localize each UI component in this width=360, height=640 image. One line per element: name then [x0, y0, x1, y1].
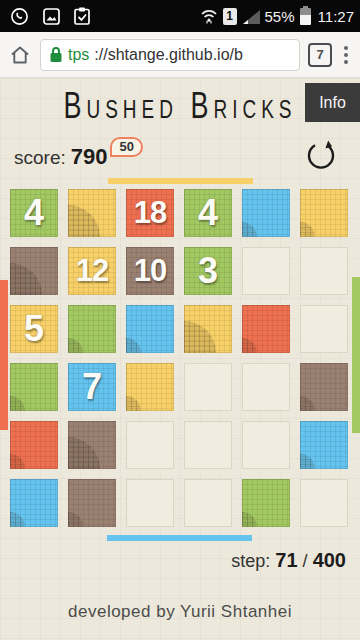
tab-switcher-button[interactable]: 7 [308, 43, 332, 67]
next-brick-indicator-right [352, 277, 360, 433]
viber-icon [10, 7, 29, 26]
restart-button[interactable] [304, 138, 338, 172]
brick-value: 5 [10, 305, 58, 353]
brick-value: 4 [184, 189, 232, 237]
url-text: ://shtange.github.io/b [94, 46, 243, 64]
brick-corner-arc [10, 263, 42, 295]
board[interactable]: 41841210357 [10, 189, 348, 527]
brick-corner-arc [300, 396, 315, 411]
cell-r6c3 [126, 479, 174, 527]
credit-line: developed by Yurii Shtanhei [0, 602, 360, 622]
battery-icon [300, 8, 311, 25]
brick-corner-arc [242, 338, 257, 353]
brick-corner-arc [10, 454, 25, 469]
step-total: 400 [313, 549, 346, 572]
score-value: 790 [71, 144, 108, 170]
system-status-icons: 1 55% 11:27 [200, 8, 354, 25]
battery-percent: 55% [265, 8, 295, 25]
brick-value: 12 [68, 247, 116, 295]
url-scheme: tps [68, 46, 89, 64]
cell-r4c1 [10, 363, 58, 411]
cell-r4c5 [242, 363, 290, 411]
cell-r3c4 [184, 305, 232, 353]
brick-corner-arc [300, 222, 315, 237]
step-current: 71 [275, 549, 297, 572]
next-brick-indicator-top [108, 178, 253, 184]
cell-r2c4: 3 [184, 247, 232, 295]
clipboard-icon [74, 7, 90, 25]
cell-r6c6 [300, 479, 348, 527]
lock-icon [49, 46, 63, 63]
cell-r5c5 [242, 421, 290, 469]
cell-r5c3 [126, 421, 174, 469]
cell-r1c4: 4 [184, 189, 232, 237]
cell-r4c2: 7 [68, 363, 116, 411]
step-panel: step: 71 / 400 [231, 549, 346, 572]
wifi-icon [200, 8, 218, 24]
brick-value: 3 [184, 247, 232, 295]
brick-corner-arc [184, 321, 216, 353]
brick-corner-arc [68, 437, 100, 469]
cell-r1c6 [300, 189, 348, 237]
cell-r6c5 [242, 479, 290, 527]
cell-r2c5 [242, 247, 290, 295]
brick-corner-arc [126, 396, 141, 411]
home-button[interactable] [8, 43, 32, 67]
next-brick-indicator-bottom [107, 535, 252, 541]
brick-value: 7 [68, 363, 116, 411]
game-page: Bushed Bricks Info score: 790 50 4184121… [0, 78, 360, 640]
cell-r4c3 [126, 363, 174, 411]
cell-r3c2 [68, 305, 116, 353]
cell-r2c6 [300, 247, 348, 295]
step-separator: / [303, 551, 308, 572]
brick-corner-arc [10, 512, 25, 527]
phone-screen: 1 55% 11:27 tps://shtange.github.io/b 7 … [0, 0, 360, 640]
sim-icon: 1 [223, 8, 237, 25]
cell-r4c6 [300, 363, 348, 411]
gallery-icon [43, 8, 60, 25]
address-bar[interactable]: tps://shtange.github.io/b [40, 39, 300, 71]
cell-r5c6 [300, 421, 348, 469]
brick-corner-arc [10, 396, 25, 411]
cell-r2c2: 12 [68, 247, 116, 295]
score-bonus-badge: 50 [110, 137, 142, 157]
cell-r1c3: 18 [126, 189, 174, 237]
clock: 11:27 [318, 8, 354, 25]
cell-r5c1 [10, 421, 58, 469]
cell-r3c5 [242, 305, 290, 353]
signal-icon [242, 9, 260, 24]
cell-r6c1 [10, 479, 58, 527]
brick-corner-arc [68, 512, 83, 527]
cell-r3c6 [300, 305, 348, 353]
info-button[interactable]: Info [305, 83, 360, 122]
brick-corner-arc [68, 338, 83, 353]
cell-r6c2 [68, 479, 116, 527]
score-panel: score: 790 50 [14, 144, 143, 170]
brick-corner-arc [68, 205, 100, 237]
cell-r3c1: 5 [10, 305, 58, 353]
brick-value: 4 [10, 189, 58, 237]
browser-toolbar: tps://shtange.github.io/b 7 [0, 32, 360, 78]
score-label: score: [14, 147, 66, 169]
brick-value: 10 [126, 247, 174, 295]
status-bar: 1 55% 11:27 [0, 0, 360, 32]
cell-r5c2 [68, 421, 116, 469]
brick-value: 18 [126, 189, 174, 237]
browser-menu-button[interactable] [340, 44, 352, 66]
cell-r2c1 [10, 247, 58, 295]
cell-r6c4 [184, 479, 232, 527]
cell-r2c3: 10 [126, 247, 174, 295]
cell-r1c1: 4 [10, 189, 58, 237]
brick-corner-arc [126, 338, 141, 353]
brick-corner-arc [242, 512, 257, 527]
notification-icons [10, 7, 90, 26]
cell-r1c5 [242, 189, 290, 237]
cell-r4c4 [184, 363, 232, 411]
cell-r5c4 [184, 421, 232, 469]
brick-corner-arc [242, 222, 257, 237]
step-label: step: [231, 551, 270, 572]
cell-r1c2 [68, 189, 116, 237]
cell-r3c3 [126, 305, 174, 353]
brick-corner-arc [300, 454, 315, 469]
next-brick-indicator-left [0, 280, 8, 430]
